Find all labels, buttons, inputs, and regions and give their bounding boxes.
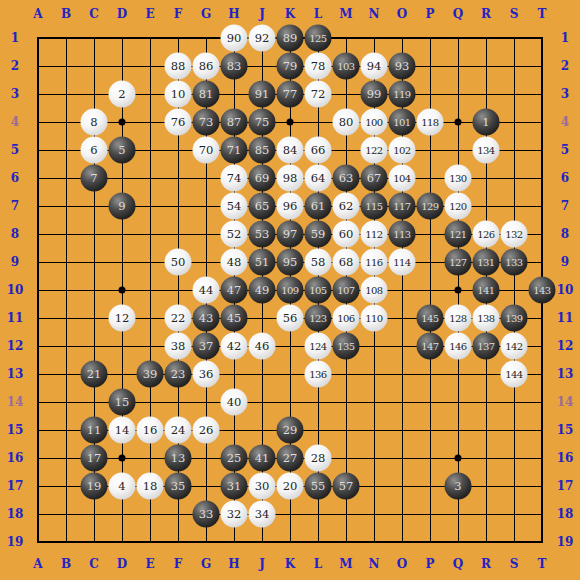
move-number: 66 bbox=[311, 145, 326, 156]
stone-white-n4[interactable]: 100 bbox=[361, 109, 388, 136]
stone-black-k9[interactable]: 95 bbox=[277, 249, 304, 276]
move-number: 125 bbox=[309, 33, 326, 44]
move-number: 40 bbox=[227, 397, 242, 408]
stone-black-l8[interactable]: 59 bbox=[305, 221, 332, 248]
move-number: 47 bbox=[227, 285, 242, 296]
stone-white-p4[interactable]: 118 bbox=[417, 109, 444, 136]
row-label-right-5: 5 bbox=[561, 144, 569, 156]
stone-white-q7[interactable]: 120 bbox=[445, 193, 472, 220]
move-number: 85 bbox=[255, 145, 270, 156]
stone-white-n10[interactable]: 108 bbox=[361, 277, 388, 304]
move-number: 91 bbox=[255, 89, 270, 100]
row-label-left-2: 2 bbox=[11, 60, 19, 72]
stone-black-c6[interactable]: 7 bbox=[81, 165, 108, 192]
stone-white-k5[interactable]: 84 bbox=[277, 137, 304, 164]
stone-black-c17[interactable]: 19 bbox=[81, 473, 108, 500]
stone-black-f16[interactable]: 13 bbox=[165, 445, 192, 472]
move-number: 105 bbox=[309, 285, 326, 296]
stone-white-f11[interactable]: 22 bbox=[165, 305, 192, 332]
move-number: 34 bbox=[255, 509, 270, 520]
col-label-top-D: D bbox=[117, 8, 127, 20]
stone-black-h5[interactable]: 71 bbox=[221, 137, 248, 164]
move-number: 17 bbox=[87, 453, 102, 464]
move-number: 106 bbox=[337, 313, 354, 324]
row-label-left-5: 5 bbox=[11, 144, 19, 156]
move-number: 18 bbox=[143, 481, 158, 492]
col-label-bottom-D: D bbox=[117, 558, 127, 570]
stone-black-g18[interactable]: 33 bbox=[193, 501, 220, 528]
row-label-right-13: 13 bbox=[557, 368, 574, 380]
move-number: 27 bbox=[283, 453, 298, 464]
go-board[interactable]: AABBCCDDEEFFGGHHJJKKLLMMNNOOPPQQRRSSTT11… bbox=[0, 0, 580, 580]
star-point-d16 bbox=[119, 455, 126, 462]
stone-black-d14[interactable]: 15 bbox=[109, 389, 136, 416]
stone-black-m17[interactable]: 57 bbox=[333, 473, 360, 500]
move-number: 120 bbox=[449, 201, 466, 212]
stone-white-l16[interactable]: 28 bbox=[305, 445, 332, 472]
stone-black-o8[interactable]: 113 bbox=[389, 221, 416, 248]
stone-black-t10[interactable]: 143 bbox=[529, 277, 556, 304]
row-label-right-17: 17 bbox=[557, 480, 574, 492]
col-label-top-F: F bbox=[174, 8, 183, 20]
stone-black-m2[interactable]: 103 bbox=[333, 53, 360, 80]
move-number: 63 bbox=[339, 173, 354, 184]
move-number: 71 bbox=[227, 145, 242, 156]
stone-white-f4[interactable]: 76 bbox=[165, 109, 192, 136]
move-number: 116 bbox=[365, 257, 382, 268]
stone-black-l1[interactable]: 125 bbox=[305, 25, 332, 52]
stone-black-k10[interactable]: 109 bbox=[277, 277, 304, 304]
row-label-left-11: 11 bbox=[7, 312, 24, 324]
stone-white-h6[interactable]: 74 bbox=[221, 165, 248, 192]
row-label-left-3: 3 bbox=[11, 88, 19, 100]
stone-black-j4[interactable]: 75 bbox=[249, 109, 276, 136]
move-number: 76 bbox=[171, 117, 186, 128]
row-label-right-11: 11 bbox=[557, 312, 574, 324]
move-number: 96 bbox=[283, 201, 298, 212]
stone-black-g4[interactable]: 73 bbox=[193, 109, 220, 136]
stone-white-j12[interactable]: 46 bbox=[249, 333, 276, 360]
stone-white-l6[interactable]: 64 bbox=[305, 165, 332, 192]
col-label-top-M: M bbox=[339, 8, 352, 20]
stone-white-o5[interactable]: 102 bbox=[389, 137, 416, 164]
col-label-bottom-T: T bbox=[538, 558, 547, 570]
move-number: 89 bbox=[283, 33, 298, 44]
col-label-bottom-G: G bbox=[201, 558, 211, 570]
move-number: 68 bbox=[339, 257, 354, 268]
move-number: 137 bbox=[477, 341, 494, 352]
move-number: 86 bbox=[199, 61, 214, 72]
move-number: 122 bbox=[365, 145, 382, 156]
move-number: 110 bbox=[365, 313, 382, 324]
move-number: 141 bbox=[477, 285, 494, 296]
stone-white-m4[interactable]: 80 bbox=[333, 109, 360, 136]
col-label-top-B: B bbox=[61, 8, 71, 20]
move-number: 80 bbox=[339, 117, 354, 128]
move-number: 78 bbox=[311, 61, 326, 72]
stone-black-c13[interactable]: 21 bbox=[81, 361, 108, 388]
stone-white-f3[interactable]: 10 bbox=[165, 81, 192, 108]
move-number: 129 bbox=[421, 201, 438, 212]
stone-black-q9[interactable]: 127 bbox=[445, 249, 472, 276]
move-number: 121 bbox=[449, 229, 466, 240]
stone-white-n9[interactable]: 116 bbox=[361, 249, 388, 276]
col-label-bottom-J: J bbox=[259, 558, 265, 570]
stone-black-c15[interactable]: 11 bbox=[81, 417, 108, 444]
stone-black-o2[interactable]: 93 bbox=[389, 53, 416, 80]
stone-white-r11[interactable]: 138 bbox=[473, 305, 500, 332]
stone-black-r9[interactable]: 131 bbox=[473, 249, 500, 276]
stone-white-j17[interactable]: 30 bbox=[249, 473, 276, 500]
stone-black-p11[interactable]: 145 bbox=[417, 305, 444, 332]
row-label-right-7: 7 bbox=[561, 200, 569, 212]
stone-white-d3[interactable]: 2 bbox=[109, 81, 136, 108]
stone-black-k1[interactable]: 89 bbox=[277, 25, 304, 52]
stone-black-k8[interactable]: 97 bbox=[277, 221, 304, 248]
stone-black-h4[interactable]: 87 bbox=[221, 109, 248, 136]
col-label-top-Q: Q bbox=[453, 8, 463, 20]
row-label-right-18: 18 bbox=[557, 508, 574, 520]
move-number: 118 bbox=[421, 117, 438, 128]
stone-black-j16[interactable]: 41 bbox=[249, 445, 276, 472]
stone-black-j5[interactable]: 85 bbox=[249, 137, 276, 164]
stone-white-n11[interactable]: 110 bbox=[361, 305, 388, 332]
stone-white-c4[interactable]: 8 bbox=[81, 109, 108, 136]
stone-black-j3[interactable]: 91 bbox=[249, 81, 276, 108]
move-number: 83 bbox=[227, 61, 242, 72]
stone-black-l17[interactable]: 55 bbox=[305, 473, 332, 500]
move-number: 117 bbox=[393, 201, 410, 212]
stone-black-h16[interactable]: 25 bbox=[221, 445, 248, 472]
stone-black-g11[interactable]: 43 bbox=[193, 305, 220, 332]
move-number: 35 bbox=[171, 481, 186, 492]
stone-white-h1[interactable]: 90 bbox=[221, 25, 248, 52]
move-number: 69 bbox=[255, 173, 270, 184]
stone-white-r5[interactable]: 134 bbox=[473, 137, 500, 164]
move-number: 56 bbox=[283, 313, 298, 324]
stone-black-q8[interactable]: 121 bbox=[445, 221, 472, 248]
stone-black-o7[interactable]: 117 bbox=[389, 193, 416, 220]
stone-black-k2[interactable]: 79 bbox=[277, 53, 304, 80]
stone-black-o4[interactable]: 101 bbox=[389, 109, 416, 136]
stone-black-h10[interactable]: 47 bbox=[221, 277, 248, 304]
stone-black-p7[interactable]: 129 bbox=[417, 193, 444, 220]
stone-white-k6[interactable]: 98 bbox=[277, 165, 304, 192]
stone-black-n3[interactable]: 99 bbox=[361, 81, 388, 108]
move-number: 54 bbox=[227, 201, 242, 212]
stone-white-l13[interactable]: 136 bbox=[305, 361, 332, 388]
move-number: 48 bbox=[227, 257, 242, 268]
move-number: 25 bbox=[227, 453, 242, 464]
move-number: 131 bbox=[477, 257, 494, 268]
stone-black-d7[interactable]: 9 bbox=[109, 193, 136, 220]
stone-white-g15[interactable]: 26 bbox=[193, 417, 220, 444]
stone-white-m9[interactable]: 68 bbox=[333, 249, 360, 276]
move-number: 126 bbox=[477, 229, 494, 240]
move-number: 112 bbox=[365, 229, 382, 240]
move-number: 98 bbox=[283, 173, 298, 184]
stone-black-g12[interactable]: 37 bbox=[193, 333, 220, 360]
stone-white-s13[interactable]: 144 bbox=[501, 361, 528, 388]
move-number: 107 bbox=[337, 285, 354, 296]
stone-black-r12[interactable]: 137 bbox=[473, 333, 500, 360]
stone-black-l10[interactable]: 105 bbox=[305, 277, 332, 304]
move-number: 16 bbox=[143, 425, 158, 436]
row-label-right-14: 14 bbox=[557, 396, 574, 408]
col-label-bottom-P: P bbox=[425, 558, 434, 570]
star-point-q4 bbox=[455, 119, 462, 126]
row-label-right-10: 10 bbox=[557, 284, 574, 296]
stone-white-l9[interactable]: 58 bbox=[305, 249, 332, 276]
move-number: 94 bbox=[367, 61, 382, 72]
stone-black-o3[interactable]: 119 bbox=[389, 81, 416, 108]
stone-black-m10[interactable]: 107 bbox=[333, 277, 360, 304]
stone-white-n5[interactable]: 122 bbox=[361, 137, 388, 164]
move-number: 60 bbox=[339, 229, 354, 240]
move-number: 97 bbox=[283, 229, 298, 240]
stone-black-p12[interactable]: 147 bbox=[417, 333, 444, 360]
stone-black-g3[interactable]: 81 bbox=[193, 81, 220, 108]
stone-white-m7[interactable]: 62 bbox=[333, 193, 360, 220]
move-number: 30 bbox=[255, 481, 270, 492]
move-number: 13 bbox=[171, 453, 186, 464]
move-number: 41 bbox=[255, 453, 270, 464]
stone-white-k17[interactable]: 20 bbox=[277, 473, 304, 500]
col-label-bottom-E: E bbox=[145, 558, 154, 570]
move-number: 73 bbox=[199, 117, 214, 128]
stone-black-h17[interactable]: 31 bbox=[221, 473, 248, 500]
move-number: 8 bbox=[90, 117, 97, 128]
stone-black-k16[interactable]: 27 bbox=[277, 445, 304, 472]
col-label-bottom-K: K bbox=[285, 558, 295, 570]
move-number: 79 bbox=[283, 61, 298, 72]
move-number: 3 bbox=[454, 481, 461, 492]
col-label-bottom-N: N bbox=[369, 558, 380, 570]
move-number: 32 bbox=[227, 509, 242, 520]
stone-black-j7[interactable]: 65 bbox=[249, 193, 276, 220]
stone-white-l2[interactable]: 78 bbox=[305, 53, 332, 80]
move-number: 55 bbox=[311, 481, 326, 492]
stone-black-j9[interactable]: 51 bbox=[249, 249, 276, 276]
move-number: 135 bbox=[337, 341, 354, 352]
move-number: 1 bbox=[482, 117, 489, 128]
star-point-k4 bbox=[287, 119, 294, 126]
stone-black-k3[interactable]: 77 bbox=[277, 81, 304, 108]
row-label-left-18: 18 bbox=[7, 508, 24, 520]
move-number: 67 bbox=[367, 173, 382, 184]
stone-black-r4[interactable]: 1 bbox=[473, 109, 500, 136]
move-number: 130 bbox=[449, 173, 466, 184]
row-label-left-4: 4 bbox=[11, 116, 19, 128]
stone-white-l12[interactable]: 124 bbox=[305, 333, 332, 360]
stone-white-r8[interactable]: 126 bbox=[473, 221, 500, 248]
stone-black-j8[interactable]: 53 bbox=[249, 221, 276, 248]
col-label-top-L: L bbox=[314, 8, 322, 20]
stone-white-d17[interactable]: 4 bbox=[109, 473, 136, 500]
move-number: 23 bbox=[171, 369, 186, 380]
move-number: 84 bbox=[283, 145, 298, 156]
move-number: 36 bbox=[199, 369, 214, 380]
move-number: 39 bbox=[143, 369, 158, 380]
stone-white-e15[interactable]: 16 bbox=[137, 417, 164, 444]
stone-white-j18[interactable]: 34 bbox=[249, 501, 276, 528]
stone-white-f2[interactable]: 88 bbox=[165, 53, 192, 80]
stone-black-s9[interactable]: 133 bbox=[501, 249, 528, 276]
move-number: 145 bbox=[421, 313, 438, 324]
star-point-q10 bbox=[455, 287, 462, 294]
move-number: 51 bbox=[255, 257, 270, 268]
stone-white-m8[interactable]: 60 bbox=[333, 221, 360, 248]
col-label-top-N: N bbox=[369, 8, 380, 20]
stone-black-f17[interactable]: 35 bbox=[165, 473, 192, 500]
stone-white-d15[interactable]: 14 bbox=[109, 417, 136, 444]
move-number: 15 bbox=[115, 397, 130, 408]
stone-white-q6[interactable]: 130 bbox=[445, 165, 472, 192]
stone-white-m11[interactable]: 106 bbox=[333, 305, 360, 332]
col-label-top-T: T bbox=[538, 8, 547, 20]
stone-black-j6[interactable]: 69 bbox=[249, 165, 276, 192]
col-label-bottom-B: B bbox=[61, 558, 71, 570]
stone-black-d5[interactable]: 5 bbox=[109, 137, 136, 164]
row-label-right-16: 16 bbox=[557, 452, 574, 464]
stone-white-g5[interactable]: 70 bbox=[193, 137, 220, 164]
row-label-left-6: 6 bbox=[11, 172, 19, 184]
stone-white-s8[interactable]: 132 bbox=[501, 221, 528, 248]
stone-black-s11[interactable]: 139 bbox=[501, 305, 528, 332]
move-number: 14 bbox=[115, 425, 130, 436]
move-number: 132 bbox=[505, 229, 522, 240]
stone-black-c16[interactable]: 17 bbox=[81, 445, 108, 472]
stone-white-o9[interactable]: 114 bbox=[389, 249, 416, 276]
stone-white-d11[interactable]: 12 bbox=[109, 305, 136, 332]
move-number: 44 bbox=[199, 285, 214, 296]
stone-black-q17[interactable]: 3 bbox=[445, 473, 472, 500]
col-label-top-S: S bbox=[510, 8, 519, 20]
move-number: 109 bbox=[281, 285, 298, 296]
move-number: 43 bbox=[199, 313, 214, 324]
stone-black-e13[interactable]: 39 bbox=[137, 361, 164, 388]
stone-white-h12[interactable]: 42 bbox=[221, 333, 248, 360]
stone-black-j10[interactable]: 49 bbox=[249, 277, 276, 304]
stone-black-m12[interactable]: 135 bbox=[333, 333, 360, 360]
move-number: 45 bbox=[227, 313, 242, 324]
stone-black-n7[interactable]: 115 bbox=[361, 193, 388, 220]
row-label-right-6: 6 bbox=[561, 172, 569, 184]
stone-white-h7[interactable]: 54 bbox=[221, 193, 248, 220]
stone-white-n2[interactable]: 94 bbox=[361, 53, 388, 80]
row-label-right-4: 4 bbox=[561, 116, 569, 128]
move-number: 108 bbox=[365, 285, 382, 296]
grid-line-vertical-S bbox=[514, 38, 515, 543]
stone-white-k11[interactable]: 56 bbox=[277, 305, 304, 332]
move-number: 28 bbox=[311, 453, 326, 464]
move-number: 52 bbox=[227, 229, 242, 240]
move-number: 64 bbox=[311, 173, 326, 184]
stone-white-l3[interactable]: 72 bbox=[305, 81, 332, 108]
stone-white-c5[interactable]: 6 bbox=[81, 137, 108, 164]
stone-white-h8[interactable]: 52 bbox=[221, 221, 248, 248]
move-number: 20 bbox=[283, 481, 298, 492]
stone-white-o6[interactable]: 104 bbox=[389, 165, 416, 192]
stone-white-e17[interactable]: 18 bbox=[137, 473, 164, 500]
move-number: 10 bbox=[171, 89, 186, 100]
stone-white-g10[interactable]: 44 bbox=[193, 277, 220, 304]
stone-white-q12[interactable]: 146 bbox=[445, 333, 472, 360]
row-label-left-14: 14 bbox=[7, 396, 24, 408]
move-number: 139 bbox=[505, 313, 522, 324]
move-number: 134 bbox=[477, 145, 494, 156]
move-number: 99 bbox=[367, 89, 382, 100]
stone-white-f15[interactable]: 24 bbox=[165, 417, 192, 444]
move-number: 62 bbox=[339, 201, 354, 212]
col-label-bottom-H: H bbox=[228, 558, 239, 570]
move-number: 49 bbox=[255, 285, 270, 296]
stone-white-h18[interactable]: 32 bbox=[221, 501, 248, 528]
stone-white-h14[interactable]: 40 bbox=[221, 389, 248, 416]
col-label-top-P: P bbox=[425, 8, 434, 20]
col-label-bottom-C: C bbox=[89, 558, 99, 570]
stone-white-f12[interactable]: 38 bbox=[165, 333, 192, 360]
col-label-top-C: C bbox=[89, 8, 99, 20]
row-label-right-12: 12 bbox=[557, 340, 574, 352]
stone-black-h11[interactable]: 45 bbox=[221, 305, 248, 332]
col-label-bottom-R: R bbox=[481, 558, 491, 570]
move-number: 123 bbox=[309, 313, 326, 324]
stone-black-l11[interactable]: 123 bbox=[305, 305, 332, 332]
stone-white-q11[interactable]: 128 bbox=[445, 305, 472, 332]
stone-white-g13[interactable]: 36 bbox=[193, 361, 220, 388]
col-label-bottom-L: L bbox=[314, 558, 322, 570]
move-number: 104 bbox=[393, 173, 410, 184]
stone-black-k15[interactable]: 29 bbox=[277, 417, 304, 444]
stone-white-f9[interactable]: 50 bbox=[165, 249, 192, 276]
move-number: 11 bbox=[87, 425, 102, 436]
stone-white-j1[interactable]: 92 bbox=[249, 25, 276, 52]
stone-black-h2[interactable]: 83 bbox=[221, 53, 248, 80]
row-label-left-7: 7 bbox=[11, 200, 19, 212]
move-number: 38 bbox=[171, 341, 186, 352]
stone-white-n8[interactable]: 112 bbox=[361, 221, 388, 248]
stone-white-l5[interactable]: 66 bbox=[305, 137, 332, 164]
stone-white-g2[interactable]: 86 bbox=[193, 53, 220, 80]
stone-black-f13[interactable]: 23 bbox=[165, 361, 192, 388]
row-label-right-1: 1 bbox=[561, 32, 569, 44]
grid-line-horizontal-13 bbox=[38, 374, 543, 375]
row-label-left-13: 13 bbox=[7, 368, 24, 380]
col-label-top-J: J bbox=[259, 8, 265, 20]
row-label-left-9: 9 bbox=[11, 256, 19, 268]
move-number: 119 bbox=[393, 89, 410, 100]
col-label-top-K: K bbox=[285, 8, 295, 20]
move-number: 21 bbox=[87, 369, 102, 380]
stone-white-s12[interactable]: 142 bbox=[501, 333, 528, 360]
stone-white-k7[interactable]: 96 bbox=[277, 193, 304, 220]
row-label-left-1: 1 bbox=[11, 32, 19, 44]
stone-black-m6[interactable]: 63 bbox=[333, 165, 360, 192]
move-number: 37 bbox=[199, 341, 214, 352]
row-label-left-10: 10 bbox=[7, 284, 24, 296]
grid-line-horizontal-19 bbox=[38, 542, 543, 543]
stone-black-n6[interactable]: 67 bbox=[361, 165, 388, 192]
row-label-right-15: 15 bbox=[557, 424, 574, 436]
row-label-left-17: 17 bbox=[7, 480, 24, 492]
move-number: 90 bbox=[227, 33, 242, 44]
move-number: 46 bbox=[255, 341, 270, 352]
move-number: 142 bbox=[505, 341, 522, 352]
stone-white-h9[interactable]: 48 bbox=[221, 249, 248, 276]
stone-black-r10[interactable]: 141 bbox=[473, 277, 500, 304]
stone-black-l7[interactable]: 61 bbox=[305, 193, 332, 220]
